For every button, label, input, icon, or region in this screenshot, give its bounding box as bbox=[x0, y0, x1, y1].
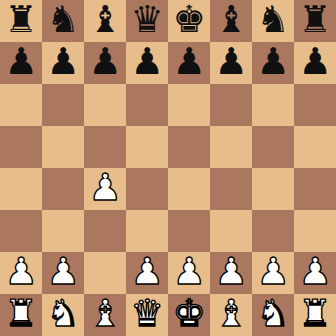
square-h2[interactable]: ♟ bbox=[294, 252, 336, 294]
square-b8[interactable]: ♞ bbox=[42, 0, 84, 42]
black-pawn-icon[interactable]: ♟ bbox=[256, 42, 289, 83]
square-d7[interactable]: ♟ bbox=[126, 42, 168, 84]
white-knight-icon[interactable]: ♞ bbox=[46, 294, 79, 335]
square-h7[interactable]: ♟ bbox=[294, 42, 336, 84]
square-c6[interactable] bbox=[84, 84, 126, 126]
square-e4[interactable] bbox=[168, 168, 210, 210]
square-e6[interactable] bbox=[168, 84, 210, 126]
square-d2[interactable]: ♟ bbox=[126, 252, 168, 294]
square-a2[interactable]: ♟ bbox=[0, 252, 42, 294]
square-h5[interactable] bbox=[294, 126, 336, 168]
white-pawn-icon[interactable]: ♟ bbox=[130, 252, 163, 293]
square-g3[interactable] bbox=[252, 210, 294, 252]
square-h4[interactable] bbox=[294, 168, 336, 210]
square-c8[interactable]: ♝ bbox=[84, 0, 126, 42]
black-pawn-icon[interactable]: ♟ bbox=[46, 42, 79, 83]
square-g5[interactable] bbox=[252, 126, 294, 168]
black-pawn-icon[interactable]: ♟ bbox=[4, 42, 37, 83]
square-g2[interactable]: ♟ bbox=[252, 252, 294, 294]
square-e8[interactable]: ♚ bbox=[168, 0, 210, 42]
black-bishop-icon[interactable]: ♝ bbox=[88, 0, 121, 41]
black-pawn-icon[interactable]: ♟ bbox=[130, 42, 163, 83]
square-g8[interactable]: ♞ bbox=[252, 0, 294, 42]
white-pawn-icon[interactable]: ♟ bbox=[298, 252, 331, 293]
black-king-icon[interactable]: ♚ bbox=[172, 0, 205, 41]
square-f4[interactable] bbox=[210, 168, 252, 210]
square-c7[interactable]: ♟ bbox=[84, 42, 126, 84]
square-f6[interactable] bbox=[210, 84, 252, 126]
square-a5[interactable] bbox=[0, 126, 42, 168]
square-c5[interactable] bbox=[84, 126, 126, 168]
white-bishop-icon[interactable]: ♝ bbox=[88, 294, 121, 335]
white-pawn-icon[interactable]: ♟ bbox=[88, 168, 121, 209]
square-e2[interactable]: ♟ bbox=[168, 252, 210, 294]
square-h1[interactable]: ♜ bbox=[294, 294, 336, 336]
square-d4[interactable] bbox=[126, 168, 168, 210]
square-a1[interactable]: ♜ bbox=[0, 294, 42, 336]
black-pawn-icon[interactable]: ♟ bbox=[88, 42, 121, 83]
square-b5[interactable] bbox=[42, 126, 84, 168]
square-g4[interactable] bbox=[252, 168, 294, 210]
white-pawn-icon[interactable]: ♟ bbox=[46, 252, 79, 293]
white-pawn-icon[interactable]: ♟ bbox=[172, 252, 205, 293]
square-h8[interactable]: ♜ bbox=[294, 0, 336, 42]
white-pawn-icon[interactable]: ♟ bbox=[4, 252, 37, 293]
square-c1[interactable]: ♝ bbox=[84, 294, 126, 336]
square-a3[interactable] bbox=[0, 210, 42, 252]
white-rook-icon[interactable]: ♜ bbox=[4, 294, 37, 335]
black-pawn-icon[interactable]: ♟ bbox=[298, 42, 331, 83]
square-f5[interactable] bbox=[210, 126, 252, 168]
square-c4[interactable]: ♟ bbox=[84, 168, 126, 210]
black-bishop-icon[interactable]: ♝ bbox=[214, 0, 247, 41]
black-queen-icon[interactable]: ♛ bbox=[130, 0, 163, 41]
black-rook-icon[interactable]: ♜ bbox=[298, 0, 331, 41]
square-a7[interactable]: ♟ bbox=[0, 42, 42, 84]
square-e3[interactable] bbox=[168, 210, 210, 252]
square-g1[interactable]: ♞ bbox=[252, 294, 294, 336]
black-knight-icon[interactable]: ♞ bbox=[256, 0, 289, 41]
square-b4[interactable] bbox=[42, 168, 84, 210]
white-knight-icon[interactable]: ♞ bbox=[256, 294, 289, 335]
square-b2[interactable]: ♟ bbox=[42, 252, 84, 294]
square-d3[interactable] bbox=[126, 210, 168, 252]
square-d5[interactable] bbox=[126, 126, 168, 168]
square-h3[interactable] bbox=[294, 210, 336, 252]
square-d1[interactable]: ♛ bbox=[126, 294, 168, 336]
white-pawn-icon[interactable]: ♟ bbox=[256, 252, 289, 293]
square-f3[interactable] bbox=[210, 210, 252, 252]
square-c2[interactable] bbox=[84, 252, 126, 294]
square-f8[interactable]: ♝ bbox=[210, 0, 252, 42]
square-g6[interactable] bbox=[252, 84, 294, 126]
square-g7[interactable]: ♟ bbox=[252, 42, 294, 84]
chess-board: ♜♞♝♛♚♝♞♜♟♟♟♟♟♟♟♟♟♟♟♟♟♟♟♟♜♞♝♛♚♝♞♜ bbox=[0, 0, 336, 336]
square-h6[interactable] bbox=[294, 84, 336, 126]
square-a8[interactable]: ♜ bbox=[0, 0, 42, 42]
square-c3[interactable] bbox=[84, 210, 126, 252]
square-b7[interactable]: ♟ bbox=[42, 42, 84, 84]
black-knight-icon[interactable]: ♞ bbox=[46, 0, 79, 41]
square-b1[interactable]: ♞ bbox=[42, 294, 84, 336]
white-bishop-icon[interactable]: ♝ bbox=[214, 294, 247, 335]
square-e1[interactable]: ♚ bbox=[168, 294, 210, 336]
white-pawn-icon[interactable]: ♟ bbox=[214, 252, 247, 293]
square-b3[interactable] bbox=[42, 210, 84, 252]
square-a6[interactable] bbox=[0, 84, 42, 126]
square-d6[interactable] bbox=[126, 84, 168, 126]
square-f7[interactable]: ♟ bbox=[210, 42, 252, 84]
square-b6[interactable] bbox=[42, 84, 84, 126]
square-e5[interactable] bbox=[168, 126, 210, 168]
square-f1[interactable]: ♝ bbox=[210, 294, 252, 336]
white-rook-icon[interactable]: ♜ bbox=[298, 294, 331, 335]
square-e7[interactable]: ♟ bbox=[168, 42, 210, 84]
black-pawn-icon[interactable]: ♟ bbox=[172, 42, 205, 83]
square-f2[interactable]: ♟ bbox=[210, 252, 252, 294]
white-king-icon[interactable]: ♚ bbox=[172, 294, 205, 335]
square-d8[interactable]: ♛ bbox=[126, 0, 168, 42]
black-rook-icon[interactable]: ♜ bbox=[4, 0, 37, 41]
square-a4[interactable] bbox=[0, 168, 42, 210]
black-pawn-icon[interactable]: ♟ bbox=[214, 42, 247, 83]
white-queen-icon[interactable]: ♛ bbox=[130, 294, 163, 335]
